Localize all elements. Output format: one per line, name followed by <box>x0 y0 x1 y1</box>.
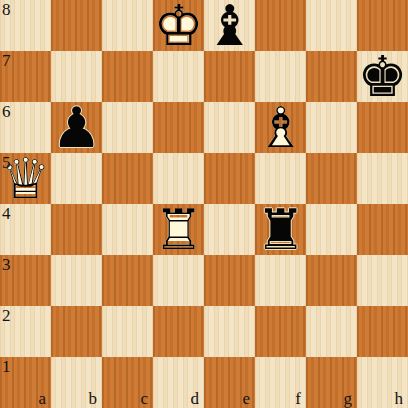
file-label-a: a <box>38 390 46 407</box>
chess-board: 8♚♔♝7♚6♟♝♗♛♕54♜♖♜321abcdefgh <box>0 0 408 408</box>
white-king-piece[interactable]: ♚♔ <box>153 0 204 51</box>
black-rook-piece[interactable]: ♜ <box>255 204 306 255</box>
square-d5[interactable] <box>153 153 204 204</box>
square-e7[interactable] <box>204 51 255 102</box>
square-a1[interactable]: 1a <box>0 357 51 408</box>
square-h1[interactable]: h <box>357 357 408 408</box>
square-g8[interactable] <box>306 0 357 51</box>
square-h6[interactable] <box>357 102 408 153</box>
square-g2[interactable] <box>306 306 357 357</box>
square-d3[interactable] <box>153 255 204 306</box>
square-d6[interactable] <box>153 102 204 153</box>
square-c1[interactable]: c <box>102 357 153 408</box>
square-f3[interactable] <box>255 255 306 306</box>
rank-label-5: 5 <box>2 154 11 171</box>
square-b5[interactable] <box>51 153 102 204</box>
square-a3[interactable]: 3 <box>0 255 51 306</box>
square-c3[interactable] <box>102 255 153 306</box>
rank-label-7: 7 <box>2 52 11 69</box>
square-h8[interactable] <box>357 0 408 51</box>
square-g1[interactable]: g <box>306 357 357 408</box>
square-g6[interactable] <box>306 102 357 153</box>
square-c7[interactable] <box>102 51 153 102</box>
square-g4[interactable] <box>306 204 357 255</box>
square-d4[interactable]: ♜♖ <box>153 204 204 255</box>
square-g5[interactable] <box>306 153 357 204</box>
square-c4[interactable] <box>102 204 153 255</box>
file-label-d: d <box>191 390 200 407</box>
square-a6[interactable]: 6 <box>0 102 51 153</box>
square-a2[interactable]: 2 <box>0 306 51 357</box>
square-e3[interactable] <box>204 255 255 306</box>
square-h3[interactable] <box>357 255 408 306</box>
file-label-c: c <box>140 390 148 407</box>
square-f1[interactable]: f <box>255 357 306 408</box>
square-e5[interactable] <box>204 153 255 204</box>
square-e8[interactable]: ♝ <box>204 0 255 51</box>
square-b8[interactable] <box>51 0 102 51</box>
square-h2[interactable] <box>357 306 408 357</box>
square-b1[interactable]: b <box>51 357 102 408</box>
rank-label-1: 1 <box>2 358 11 375</box>
square-b7[interactable] <box>51 51 102 102</box>
file-label-e: e <box>242 390 250 407</box>
square-f2[interactable] <box>255 306 306 357</box>
square-e2[interactable] <box>204 306 255 357</box>
square-g3[interactable] <box>306 255 357 306</box>
square-e6[interactable] <box>204 102 255 153</box>
square-d1[interactable]: d <box>153 357 204 408</box>
white-bishop-piece[interactable]: ♝♗ <box>255 102 306 153</box>
square-a5[interactable]: ♛♕5 <box>0 153 51 204</box>
square-f4[interactable]: ♜ <box>255 204 306 255</box>
square-h7[interactable]: ♚ <box>357 51 408 102</box>
file-label-g: g <box>344 390 353 407</box>
square-d2[interactable] <box>153 306 204 357</box>
square-c6[interactable] <box>102 102 153 153</box>
square-b2[interactable] <box>51 306 102 357</box>
square-g7[interactable] <box>306 51 357 102</box>
square-f7[interactable] <box>255 51 306 102</box>
square-a8[interactable]: 8 <box>0 0 51 51</box>
square-b4[interactable] <box>51 204 102 255</box>
square-d7[interactable] <box>153 51 204 102</box>
black-king-piece[interactable]: ♚ <box>357 51 408 102</box>
square-b6[interactable]: ♟ <box>51 102 102 153</box>
rank-label-8: 8 <box>2 1 11 18</box>
square-e1[interactable]: e <box>204 357 255 408</box>
square-c2[interactable] <box>102 306 153 357</box>
file-label-h: h <box>395 390 404 407</box>
rank-label-2: 2 <box>2 307 11 324</box>
file-label-b: b <box>89 390 98 407</box>
square-d8[interactable]: ♚♔ <box>153 0 204 51</box>
square-a7[interactable]: 7 <box>0 51 51 102</box>
square-c5[interactable] <box>102 153 153 204</box>
square-c8[interactable] <box>102 0 153 51</box>
rank-label-6: 6 <box>2 103 11 120</box>
file-label-f: f <box>295 390 301 407</box>
white-rook-piece[interactable]: ♜♖ <box>153 204 204 255</box>
square-b3[interactable] <box>51 255 102 306</box>
square-f6[interactable]: ♝♗ <box>255 102 306 153</box>
black-bishop-piece[interactable]: ♝ <box>204 0 255 51</box>
black-pawn-piece[interactable]: ♟ <box>51 102 102 153</box>
rank-label-4: 4 <box>2 205 11 222</box>
square-h4[interactable] <box>357 204 408 255</box>
rank-label-3: 3 <box>2 256 11 273</box>
chess-diagram: 8♚♔♝7♚6♟♝♗♛♕54♜♖♜321abcdefgh <box>0 0 408 408</box>
square-e4[interactable] <box>204 204 255 255</box>
square-f8[interactable] <box>255 0 306 51</box>
square-f5[interactable] <box>255 153 306 204</box>
square-h5[interactable] <box>357 153 408 204</box>
square-a4[interactable]: 4 <box>0 204 51 255</box>
